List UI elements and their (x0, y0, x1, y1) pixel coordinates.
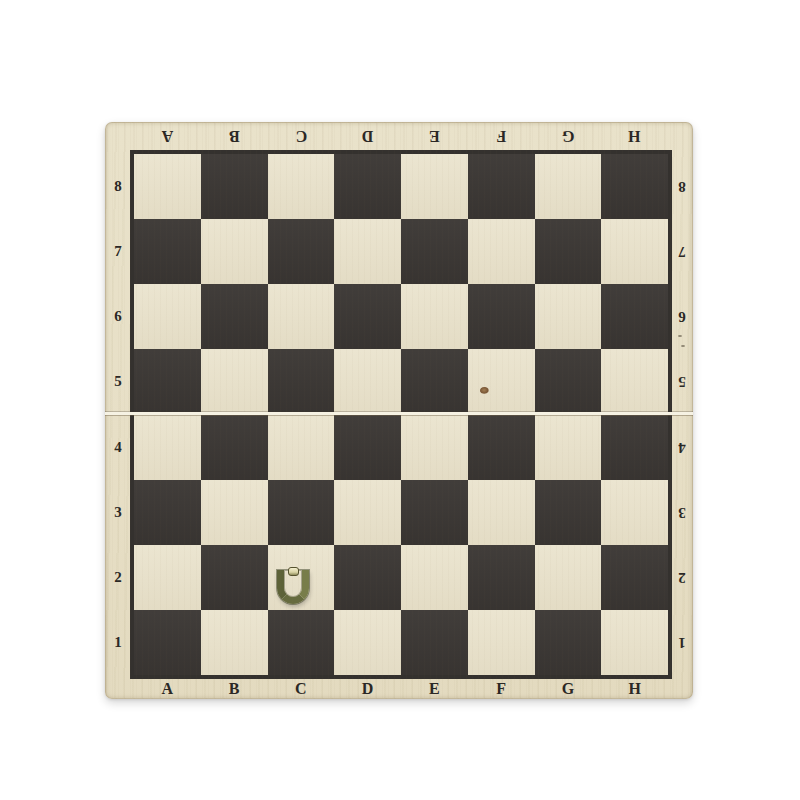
square-h7[interactable] (601, 219, 668, 284)
chessboard: ABCDEFGH ABCDEFGH 87654321 87654321 (105, 122, 693, 699)
rank-label-left-7: 7 (106, 219, 130, 284)
square-e6[interactable] (401, 284, 468, 349)
square-a2[interactable] (134, 545, 201, 610)
file-label-bottom-f: F (468, 679, 535, 698)
square-b4[interactable] (201, 415, 268, 480)
square-b7[interactable] (201, 219, 268, 284)
file-label-top-d: D (334, 123, 401, 150)
square-g3[interactable] (535, 480, 602, 545)
rank-label-right-8: 8 (672, 154, 692, 219)
square-b6[interactable] (201, 284, 268, 349)
file-label-top-b: B (201, 123, 268, 150)
square-a4[interactable] (134, 415, 201, 480)
square-e7[interactable] (401, 219, 468, 284)
file-label-top-c: C (268, 123, 335, 150)
square-c6[interactable] (268, 284, 335, 349)
file-label-top-h: H (601, 123, 668, 150)
file-label-bottom-g: G (535, 679, 602, 698)
square-g8[interactable] (535, 154, 602, 219)
square-a7[interactable] (134, 219, 201, 284)
rank-label-right-5: 5 (672, 349, 692, 414)
rank-label-left-5: 5 (106, 349, 130, 414)
square-b3[interactable] (201, 480, 268, 545)
square-g2[interactable] (535, 545, 602, 610)
square-h6[interactable] (601, 284, 668, 349)
square-d6[interactable] (334, 284, 401, 349)
file-label-bottom-b: B (201, 679, 268, 698)
square-d8[interactable] (334, 154, 401, 219)
square-d5[interactable] (334, 349, 401, 414)
rank-label-right-1: 1 (672, 610, 692, 675)
square-c5[interactable] (268, 349, 335, 414)
square-f3[interactable] (468, 480, 535, 545)
square-e8[interactable] (401, 154, 468, 219)
wood-speck (678, 335, 682, 337)
file-label-bottom-c: C (268, 679, 335, 698)
square-a6[interactable] (134, 284, 201, 349)
square-c7[interactable] (268, 219, 335, 284)
square-h2[interactable] (601, 545, 668, 610)
square-f2[interactable] (468, 545, 535, 610)
rank-label-left-1: 1 (106, 610, 130, 675)
square-h4[interactable] (601, 415, 668, 480)
square-g4[interactable] (535, 415, 602, 480)
file-label-top-a: A (134, 123, 201, 150)
square-c1[interactable] (268, 610, 335, 675)
square-e1[interactable] (401, 610, 468, 675)
rank-label-left-4: 4 (106, 415, 130, 480)
file-label-bottom-h: H (601, 679, 668, 698)
rank-label-left-8: 8 (106, 154, 130, 219)
file-label-top-f: F (468, 123, 535, 150)
file-label-top-g: G (535, 123, 602, 150)
rank-label-left-3: 3 (106, 480, 130, 545)
square-f7[interactable] (468, 219, 535, 284)
square-b2[interactable] (201, 545, 268, 610)
square-f5[interactable] (468, 349, 535, 414)
square-f1[interactable] (468, 610, 535, 675)
square-g6[interactable] (535, 284, 602, 349)
file-label-bottom-a: A (134, 679, 201, 698)
square-h8[interactable] (601, 154, 668, 219)
clasp-pin-icon (288, 567, 299, 576)
square-f8[interactable] (468, 154, 535, 219)
square-d4[interactable] (334, 415, 401, 480)
photo-background: ABCDEFGH ABCDEFGH 87654321 87654321 (0, 0, 800, 800)
rank-labels-right: 87654321 (672, 154, 692, 675)
square-e4[interactable] (401, 415, 468, 480)
square-f4[interactable] (468, 415, 535, 480)
file-label-bottom-d: D (334, 679, 401, 698)
rank-label-right-4: 4 (672, 415, 692, 480)
file-labels-bottom: ABCDEFGH (134, 679, 668, 698)
square-b5[interactable] (201, 349, 268, 414)
rank-label-right-3: 3 (672, 480, 692, 545)
rank-label-left-6: 6 (106, 284, 130, 349)
file-labels-top: ABCDEFGH (134, 123, 668, 150)
wood-knot (480, 387, 489, 394)
square-a1[interactable] (134, 610, 201, 675)
square-h1[interactable] (601, 610, 668, 675)
square-e2[interactable] (401, 545, 468, 610)
square-c3[interactable] (268, 480, 335, 545)
square-h3[interactable] (601, 480, 668, 545)
square-a8[interactable] (134, 154, 201, 219)
square-a5[interactable] (134, 349, 201, 414)
square-d1[interactable] (334, 610, 401, 675)
fold-seam (105, 411, 693, 416)
rank-label-left-2: 2 (106, 545, 130, 610)
square-c8[interactable] (268, 154, 335, 219)
square-h5[interactable] (601, 349, 668, 414)
square-e5[interactable] (401, 349, 468, 414)
square-g7[interactable] (535, 219, 602, 284)
file-label-bottom-e: E (401, 679, 468, 698)
square-c4[interactable] (268, 415, 335, 480)
rank-label-right-2: 2 (672, 545, 692, 610)
wood-speck (681, 345, 685, 347)
square-g1[interactable] (535, 610, 602, 675)
square-e3[interactable] (401, 480, 468, 545)
rank-label-right-6: 6 (672, 284, 692, 349)
square-f6[interactable] (468, 284, 535, 349)
square-d2[interactable] (334, 545, 401, 610)
rank-label-right-7: 7 (672, 219, 692, 284)
file-label-top-e: E (401, 123, 468, 150)
square-b1[interactable] (201, 610, 268, 675)
square-b8[interactable] (201, 154, 268, 219)
rank-labels-left: 87654321 (106, 154, 130, 675)
square-g5[interactable] (535, 349, 602, 414)
square-d7[interactable] (334, 219, 401, 284)
square-a3[interactable] (134, 480, 201, 545)
square-d3[interactable] (334, 480, 401, 545)
